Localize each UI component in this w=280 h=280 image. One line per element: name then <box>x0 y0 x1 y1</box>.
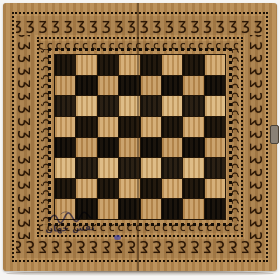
square-g3[interactable] <box>183 158 203 178</box>
carved-scroll-border-right: ʒʒʒʒʒʒʒʒʒʒʒʒʒʒʒʒʒ <box>245 35 264 239</box>
square-f5[interactable] <box>162 117 182 137</box>
square-f7[interactable] <box>162 76 182 96</box>
square-h4[interactable] <box>205 138 225 158</box>
square-h5[interactable] <box>205 117 225 137</box>
square-f3[interactable] <box>162 158 182 178</box>
square-c8[interactable] <box>98 55 118 75</box>
square-h6[interactable] <box>205 96 225 116</box>
square-b7[interactable] <box>76 76 96 96</box>
square-f1[interactable] <box>162 199 182 219</box>
fold-seam <box>137 3 139 271</box>
square-a8[interactable] <box>55 55 75 75</box>
square-g1[interactable] <box>183 199 203 219</box>
square-b2[interactable] <box>76 179 96 199</box>
square-e1[interactable] <box>141 199 161 219</box>
square-h3[interactable] <box>205 158 225 178</box>
square-c6[interactable] <box>98 96 118 116</box>
square-b6[interactable] <box>76 96 96 116</box>
square-f6[interactable] <box>162 96 182 116</box>
square-b5[interactable] <box>76 117 96 137</box>
square-e6[interactable] <box>141 96 161 116</box>
square-g4[interactable] <box>183 138 203 158</box>
square-e3[interactable] <box>141 158 161 178</box>
square-c1[interactable] <box>98 199 118 219</box>
square-h7[interactable] <box>205 76 225 96</box>
ink-speck <box>114 235 121 240</box>
square-c3[interactable] <box>98 158 118 178</box>
square-g2[interactable] <box>183 179 203 199</box>
stamp-text: نقش جهان <box>39 223 101 234</box>
square-h1[interactable] <box>205 199 225 219</box>
square-g5[interactable] <box>183 117 203 137</box>
carved-scroll-border-bottom: ʒʒʒʒʒʒʒʒʒʒʒʒʒʒʒʒʒʒʒʒ <box>16 239 264 258</box>
square-g6[interactable] <box>183 96 203 116</box>
hinge-latch-icon <box>270 125 279 144</box>
square-a2[interactable] <box>55 179 75 199</box>
square-h8[interactable] <box>205 55 225 75</box>
ink-stamp: نقش جهان <box>39 210 102 240</box>
square-e7[interactable] <box>141 76 161 96</box>
square-a7[interactable] <box>55 76 75 96</box>
square-e5[interactable] <box>141 117 161 137</box>
square-g8[interactable] <box>183 55 203 75</box>
square-g7[interactable] <box>183 76 203 96</box>
chess-grid <box>54 54 226 220</box>
chessboard: ʒʒʒʒʒʒʒʒʒʒʒʒʒʒʒʒʒʒʒʒ ʒʒʒʒʒʒʒʒʒʒʒʒʒʒʒʒʒʒʒ… <box>3 3 277 271</box>
square-b8[interactable] <box>76 55 96 75</box>
photo-background: ʒʒʒʒʒʒʒʒʒʒʒʒʒʒʒʒʒʒʒʒ ʒʒʒʒʒʒʒʒʒʒʒʒʒʒʒʒʒʒʒ… <box>0 0 280 280</box>
carved-scroll-border-left: ʒʒʒʒʒʒʒʒʒʒʒʒʒʒʒʒʒ <box>16 35 35 239</box>
square-c7[interactable] <box>98 76 118 96</box>
square-f4[interactable] <box>162 138 182 158</box>
square-a4[interactable] <box>55 138 75 158</box>
square-b3[interactable] <box>76 158 96 178</box>
square-c4[interactable] <box>98 138 118 158</box>
square-f2[interactable] <box>162 179 182 199</box>
square-f8[interactable] <box>162 55 182 75</box>
square-e8[interactable] <box>141 55 161 75</box>
square-c2[interactable] <box>98 179 118 199</box>
carved-scroll-border-top: ʒʒʒʒʒʒʒʒʒʒʒʒʒʒʒʒʒʒʒʒ <box>16 16 264 35</box>
square-e4[interactable] <box>141 138 161 158</box>
square-a6[interactable] <box>55 96 75 116</box>
bead-border <box>48 48 232 226</box>
square-a5[interactable] <box>55 117 75 137</box>
board-shadow <box>6 271 274 276</box>
square-b4[interactable] <box>76 138 96 158</box>
square-e2[interactable] <box>141 179 161 199</box>
square-c5[interactable] <box>98 117 118 137</box>
square-h2[interactable] <box>205 179 225 199</box>
square-a3[interactable] <box>55 158 75 178</box>
